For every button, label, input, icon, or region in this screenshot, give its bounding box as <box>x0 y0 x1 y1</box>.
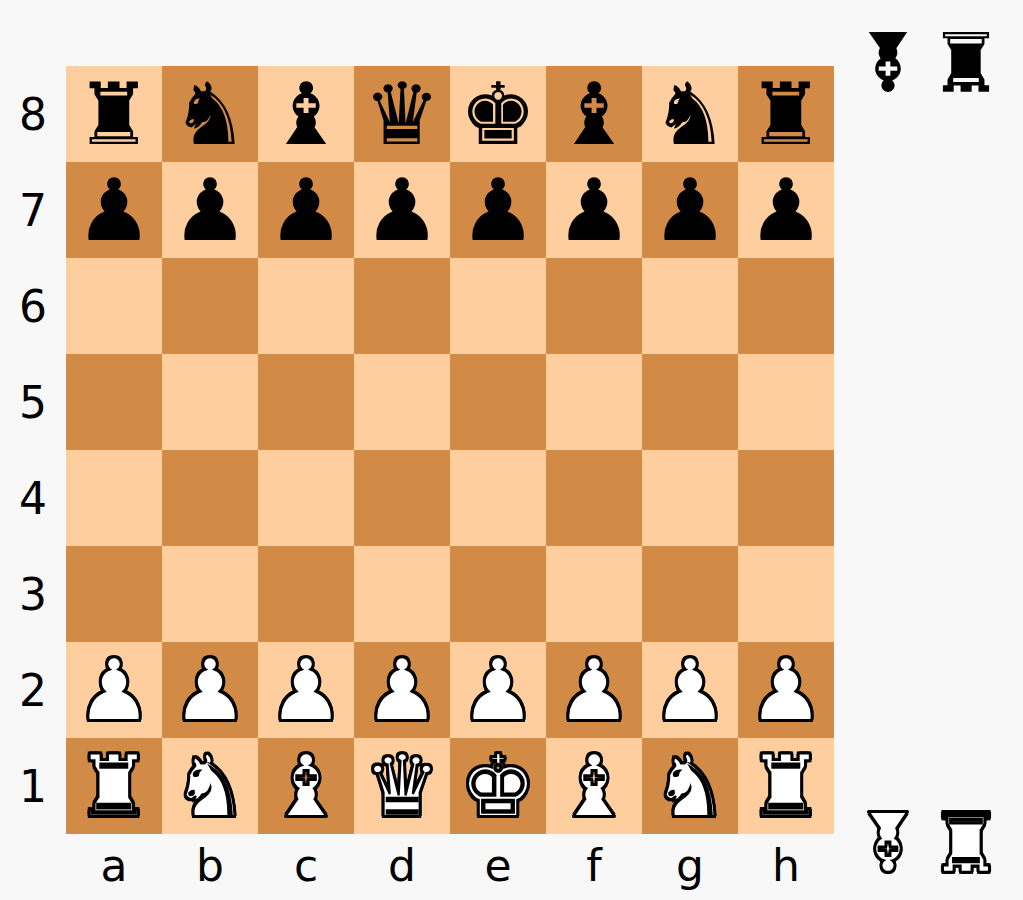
square-f6[interactable] <box>546 258 642 354</box>
file-label-d: d <box>354 834 450 896</box>
square-f3[interactable] <box>546 546 642 642</box>
black-knight: ♞ <box>171 66 248 162</box>
black-elephant[interactable]: ♜ <box>929 10 1003 110</box>
square-c2[interactable]: ♟ <box>258 642 354 738</box>
square-g1[interactable]: ♞ <box>642 738 738 834</box>
square-g6[interactable] <box>642 258 738 354</box>
black-pawn: ♟ <box>459 162 536 258</box>
white-pawn: ♟ <box>171 642 248 738</box>
white-pawn: ♟ <box>555 642 632 738</box>
white-bishop: ♝ <box>555 738 632 834</box>
square-a4[interactable] <box>66 450 162 546</box>
square-h8[interactable]: ♜ <box>738 66 834 162</box>
white-reserve-tray: ♝♜ <box>851 790 1003 890</box>
square-f1[interactable]: ♝ <box>546 738 642 834</box>
square-d8[interactable]: ♛ <box>354 66 450 162</box>
white-knight: ♞ <box>651 738 728 834</box>
chess-board: ♜♞♝♛♚♝♞♜♟♟♟♟♟♟♟♟♟♟♟♟♟♟♟♟♜♞♝♛♚♝♞♜ <box>66 66 834 834</box>
black-knight: ♞ <box>651 66 728 162</box>
square-d7[interactable]: ♟ <box>354 162 450 258</box>
white-pawn: ♟ <box>651 642 728 738</box>
square-h5[interactable] <box>738 354 834 450</box>
file-label-g: g <box>642 834 738 896</box>
square-e4[interactable] <box>450 450 546 546</box>
square-f4[interactable] <box>546 450 642 546</box>
black-king: ♚ <box>459 66 536 162</box>
square-g4[interactable] <box>642 450 738 546</box>
rank-label-1: 1 <box>0 738 66 834</box>
black-rook: ♜ <box>747 66 824 162</box>
white-pawn: ♟ <box>747 642 824 738</box>
black-pawn: ♟ <box>747 162 824 258</box>
black-reserve-tray: ♝♜ <box>851 10 1003 110</box>
white-queen: ♛ <box>363 738 440 834</box>
square-a1[interactable]: ♜ <box>66 738 162 834</box>
square-d6[interactable] <box>354 258 450 354</box>
square-e5[interactable] <box>450 354 546 450</box>
square-h1[interactable]: ♜ <box>738 738 834 834</box>
rank-label-8: 8 <box>0 66 66 162</box>
square-e2[interactable]: ♟ <box>450 642 546 738</box>
white-hawk[interactable]: ♝ <box>851 790 925 890</box>
file-label-a: a <box>66 834 162 896</box>
square-d1[interactable]: ♛ <box>354 738 450 834</box>
square-h6[interactable] <box>738 258 834 354</box>
black-rook: ♜ <box>75 66 152 162</box>
square-c5[interactable] <box>258 354 354 450</box>
square-d3[interactable] <box>354 546 450 642</box>
square-h7[interactable]: ♟ <box>738 162 834 258</box>
white-pawn: ♟ <box>363 642 440 738</box>
rank-label-4: 4 <box>0 450 66 546</box>
square-b3[interactable] <box>162 546 258 642</box>
white-knight: ♞ <box>171 738 248 834</box>
rank-labels: 87654321 <box>0 66 66 834</box>
black-pawn: ♟ <box>171 162 248 258</box>
black-pawn: ♟ <box>267 162 344 258</box>
square-d4[interactable] <box>354 450 450 546</box>
white-elephant[interactable]: ♜ <box>929 790 1003 890</box>
black-pawn: ♟ <box>651 162 728 258</box>
file-label-e: e <box>450 834 546 896</box>
square-c7[interactable]: ♟ <box>258 162 354 258</box>
square-b1[interactable]: ♞ <box>162 738 258 834</box>
square-c8[interactable]: ♝ <box>258 66 354 162</box>
square-e6[interactable] <box>450 258 546 354</box>
square-h3[interactable] <box>738 546 834 642</box>
square-a5[interactable] <box>66 354 162 450</box>
white-pawn: ♟ <box>267 642 344 738</box>
square-a7[interactable]: ♟ <box>66 162 162 258</box>
black-hawk[interactable]: ♝ <box>851 10 925 110</box>
rank-label-3: 3 <box>0 546 66 642</box>
square-e3[interactable] <box>450 546 546 642</box>
square-f2[interactable]: ♟ <box>546 642 642 738</box>
square-b4[interactable] <box>162 450 258 546</box>
square-a2[interactable]: ♟ <box>66 642 162 738</box>
file-labels: abcdefgh <box>66 834 834 896</box>
square-a3[interactable] <box>66 546 162 642</box>
black-pawn: ♟ <box>555 162 632 258</box>
square-g7[interactable]: ♟ <box>642 162 738 258</box>
square-c4[interactable] <box>258 450 354 546</box>
square-g8[interactable]: ♞ <box>642 66 738 162</box>
black-bishop: ♝ <box>555 66 632 162</box>
white-rook: ♜ <box>75 738 152 834</box>
square-e8[interactable]: ♚ <box>450 66 546 162</box>
square-g2[interactable]: ♟ <box>642 642 738 738</box>
rank-label-5: 5 <box>0 354 66 450</box>
file-label-b: b <box>162 834 258 896</box>
square-a8[interactable]: ♜ <box>66 66 162 162</box>
square-e7[interactable]: ♟ <box>450 162 546 258</box>
white-king: ♚ <box>459 738 536 834</box>
rank-label-7: 7 <box>0 162 66 258</box>
square-e1[interactable]: ♚ <box>450 738 546 834</box>
white-rook: ♜ <box>747 738 824 834</box>
black-bishop: ♝ <box>267 66 344 162</box>
square-c3[interactable] <box>258 546 354 642</box>
white-bishop: ♝ <box>267 738 344 834</box>
white-pawn: ♟ <box>75 642 152 738</box>
square-f8[interactable]: ♝ <box>546 66 642 162</box>
square-b7[interactable]: ♟ <box>162 162 258 258</box>
rank-label-6: 6 <box>0 258 66 354</box>
file-label-f: f <box>546 834 642 896</box>
file-label-c: c <box>258 834 354 896</box>
chess-diagram: 87654321 ♜♞♝♛♚♝♞♜♟♟♟♟♟♟♟♟♟♟♟♟♟♟♟♟♜♞♝♛♚♝♞… <box>0 0 1023 900</box>
square-h2[interactable]: ♟ <box>738 642 834 738</box>
square-b6[interactable] <box>162 258 258 354</box>
square-g3[interactable] <box>642 546 738 642</box>
square-d2[interactable]: ♟ <box>354 642 450 738</box>
square-a6[interactable] <box>66 258 162 354</box>
black-pawn: ♟ <box>363 162 440 258</box>
black-pawn: ♟ <box>75 162 152 258</box>
white-pawn: ♟ <box>459 642 536 738</box>
square-g5[interactable] <box>642 354 738 450</box>
square-b2[interactable]: ♟ <box>162 642 258 738</box>
rank-label-2: 2 <box>0 642 66 738</box>
square-b5[interactable] <box>162 354 258 450</box>
black-queen: ♛ <box>363 66 440 162</box>
file-label-h: h <box>738 834 834 896</box>
square-f7[interactable]: ♟ <box>546 162 642 258</box>
square-h4[interactable] <box>738 450 834 546</box>
square-d5[interactable] <box>354 354 450 450</box>
square-b8[interactable]: ♞ <box>162 66 258 162</box>
square-f5[interactable] <box>546 354 642 450</box>
square-c1[interactable]: ♝ <box>258 738 354 834</box>
square-c6[interactable] <box>258 258 354 354</box>
